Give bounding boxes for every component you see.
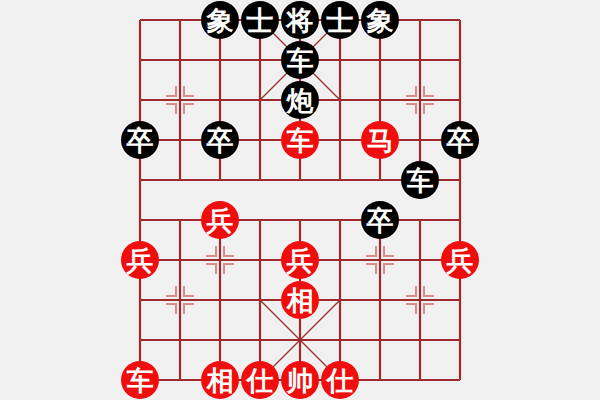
piece-black-elephant[interactable]: 象: [201, 1, 239, 39]
board-grid: 象士将士象车炮卒卒车马卒车兵卒兵兵兵相车相仕帅仕: [120, 0, 480, 400]
piece-red-general[interactable]: 帅: [281, 361, 319, 399]
piece-black-soldier[interactable]: 卒: [441, 121, 479, 159]
piece-black-soldier[interactable]: 卒: [201, 121, 239, 159]
piece-red-advisor[interactable]: 仕: [321, 361, 359, 399]
piece-black-advisor[interactable]: 士: [321, 1, 359, 39]
piece-red-horse[interactable]: 马: [361, 121, 399, 159]
piece-black-cannon[interactable]: 炮: [281, 81, 319, 119]
piece-black-chariot[interactable]: 车: [401, 161, 439, 199]
piece-red-chariot[interactable]: 车: [121, 361, 159, 399]
xiangqi-board: 象士将士象车炮卒卒车马卒车兵卒兵兵兵相车相仕帅仕: [0, 0, 600, 400]
piece-red-soldier[interactable]: 兵: [441, 241, 479, 279]
piece-black-advisor[interactable]: 士: [241, 1, 279, 39]
piece-black-general[interactable]: 将: [281, 1, 319, 39]
piece-red-soldier[interactable]: 兵: [201, 201, 239, 239]
piece-red-soldier[interactable]: 兵: [281, 241, 319, 279]
piece-red-elephant[interactable]: 相: [201, 361, 239, 399]
piece-red-elephant[interactable]: 相: [281, 281, 319, 319]
piece-black-elephant[interactable]: 象: [361, 1, 399, 39]
piece-black-soldier[interactable]: 卒: [361, 201, 399, 239]
piece-red-chariot[interactable]: 车: [281, 121, 319, 159]
piece-black-soldier[interactable]: 卒: [121, 121, 159, 159]
piece-red-advisor[interactable]: 仕: [241, 361, 279, 399]
piece-black-chariot[interactable]: 车: [281, 41, 319, 79]
piece-red-soldier[interactable]: 兵: [121, 241, 159, 279]
